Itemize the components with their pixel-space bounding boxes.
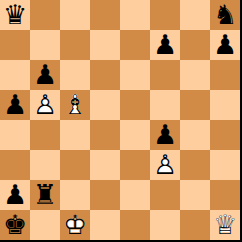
square-b4[interactable]	[30, 120, 60, 150]
square-f6[interactable]	[150, 60, 180, 90]
piece-black-queen[interactable]: ♛	[0, 0, 30, 30]
black-queen-glyph: ♛	[0, 0, 30, 30]
square-e4[interactable]	[120, 120, 150, 150]
square-c8[interactable]	[60, 0, 90, 30]
square-a4[interactable]	[0, 120, 30, 150]
square-h2[interactable]	[210, 180, 240, 210]
square-d1[interactable]	[90, 210, 120, 240]
square-d2[interactable]	[90, 180, 120, 210]
square-a3[interactable]	[0, 150, 30, 180]
square-f8[interactable]	[150, 0, 180, 30]
white-queen-outline-glyph: ♕	[210, 210, 240, 240]
piece-white-pawn[interactable]: ♟♙	[30, 90, 60, 120]
piece-black-knight[interactable]: ♞	[210, 0, 240, 30]
square-g6[interactable]	[180, 60, 210, 90]
piece-black-king[interactable]: ♚	[0, 210, 30, 240]
piece-white-bishop[interactable]: ♝♗	[60, 90, 90, 120]
square-b7[interactable]	[30, 30, 60, 60]
square-h6[interactable]	[210, 60, 240, 90]
square-f1[interactable]	[150, 210, 180, 240]
square-f5[interactable]	[150, 90, 180, 120]
black-pawn-glyph: ♟	[0, 90, 30, 120]
black-king-glyph: ♚	[0, 210, 30, 240]
white-pawn-outline-glyph: ♙	[30, 90, 60, 120]
square-f2[interactable]	[150, 180, 180, 210]
black-pawn-glyph: ♟	[150, 30, 180, 60]
square-h4[interactable]	[210, 120, 240, 150]
square-g8[interactable]	[180, 0, 210, 30]
square-b8[interactable]	[30, 0, 60, 30]
white-king-outline-glyph: ♔	[60, 210, 90, 240]
square-a2[interactable]: ♟	[0, 180, 30, 210]
black-pawn-glyph: ♟	[30, 60, 60, 90]
square-b5[interactable]: ♟♙	[30, 90, 60, 120]
square-c6[interactable]	[60, 60, 90, 90]
square-d4[interactable]	[90, 120, 120, 150]
square-e8[interactable]	[120, 0, 150, 30]
square-e2[interactable]	[120, 180, 150, 210]
piece-black-pawn[interactable]: ♟	[30, 60, 60, 90]
square-g7[interactable]	[180, 30, 210, 60]
square-a6[interactable]	[0, 60, 30, 90]
square-f3[interactable]: ♟♙	[150, 150, 180, 180]
piece-black-pawn[interactable]: ♟	[210, 30, 240, 60]
square-e7[interactable]	[120, 30, 150, 60]
square-g3[interactable]	[180, 150, 210, 180]
square-b6[interactable]: ♟	[30, 60, 60, 90]
white-pawn-outline-glyph: ♙	[150, 150, 180, 180]
square-d7[interactable]	[90, 30, 120, 60]
chess-board-frame: ♛♞♟♟♟♟♟♙♝♗♟♟♙♟♜♚♚♔♛♕	[0, 0, 242, 242]
piece-black-pawn[interactable]: ♟	[150, 120, 180, 150]
square-g5[interactable]	[180, 90, 210, 120]
black-pawn-glyph: ♟	[150, 120, 180, 150]
square-f4[interactable]: ♟	[150, 120, 180, 150]
square-c5[interactable]: ♝♗	[60, 90, 90, 120]
square-h5[interactable]	[210, 90, 240, 120]
piece-white-king[interactable]: ♚♔	[60, 210, 90, 240]
square-a1[interactable]: ♚	[0, 210, 30, 240]
square-h7[interactable]: ♟	[210, 30, 240, 60]
piece-white-pawn[interactable]: ♟♙	[150, 150, 180, 180]
piece-black-pawn[interactable]: ♟	[0, 180, 30, 210]
square-h1[interactable]: ♛♕	[210, 210, 240, 240]
square-a8[interactable]: ♛	[0, 0, 30, 30]
square-a5[interactable]: ♟	[0, 90, 30, 120]
black-knight-glyph: ♞	[210, 0, 240, 30]
square-h3[interactable]	[210, 150, 240, 180]
square-d5[interactable]	[90, 90, 120, 120]
chess-board: ♛♞♟♟♟♟♟♙♝♗♟♟♙♟♜♚♚♔♛♕	[0, 0, 242, 242]
piece-black-pawn[interactable]: ♟	[0, 90, 30, 120]
square-f7[interactable]: ♟	[150, 30, 180, 60]
piece-black-rook[interactable]: ♜	[30, 180, 60, 210]
square-g2[interactable]	[180, 180, 210, 210]
square-d8[interactable]	[90, 0, 120, 30]
square-e1[interactable]	[120, 210, 150, 240]
black-rook-glyph: ♜	[30, 180, 60, 210]
black-pawn-glyph: ♟	[0, 180, 30, 210]
square-g1[interactable]	[180, 210, 210, 240]
square-d6[interactable]	[90, 60, 120, 90]
square-c3[interactable]	[60, 150, 90, 180]
square-d3[interactable]	[90, 150, 120, 180]
square-b3[interactable]	[30, 150, 60, 180]
square-g4[interactable]	[180, 120, 210, 150]
square-b1[interactable]	[30, 210, 60, 240]
square-h8[interactable]: ♞	[210, 0, 240, 30]
square-e3[interactable]	[120, 150, 150, 180]
square-a7[interactable]	[0, 30, 30, 60]
white-bishop-outline-glyph: ♗	[60, 90, 90, 120]
black-pawn-glyph: ♟	[210, 30, 240, 60]
piece-white-queen[interactable]: ♛♕	[210, 210, 240, 240]
square-c2[interactable]	[60, 180, 90, 210]
square-c4[interactable]	[60, 120, 90, 150]
square-e6[interactable]	[120, 60, 150, 90]
square-b2[interactable]: ♜	[30, 180, 60, 210]
square-c1[interactable]: ♚♔	[60, 210, 90, 240]
square-c7[interactable]	[60, 30, 90, 60]
square-e5[interactable]	[120, 90, 150, 120]
piece-black-pawn[interactable]: ♟	[150, 30, 180, 60]
